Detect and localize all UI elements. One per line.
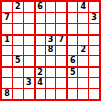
cell-r8c5-empty[interactable] [46,78,56,88]
cell-r9c7-empty[interactable] [67,89,77,99]
cell-r6c8-empty[interactable] [78,56,88,66]
cell-r6c4-empty[interactable] [35,56,45,66]
cell-r8c6-empty[interactable] [56,78,66,88]
cell-r4c6-given-7[interactable]: 7 [56,35,66,45]
cell-r9c5-empty[interactable] [46,89,56,99]
cell-r4c1-given-1[interactable]: 1 [2,35,12,45]
cell-r1c4-given-6[interactable]: 6 [35,2,45,12]
cell-r8c1-empty[interactable] [2,78,12,88]
cell-r8c8-empty[interactable] [78,78,88,88]
cell-r6c9-empty[interactable] [89,56,99,66]
cell-r1c8-given-4[interactable]: 4 [78,2,88,12]
cell-r5c9-empty[interactable] [89,46,99,56]
cell-r2c3-empty[interactable] [24,13,34,23]
cell-r6c3-empty[interactable] [24,56,34,66]
cell-r1c1-empty[interactable] [2,2,12,12]
cell-r4c2-empty[interactable] [13,35,23,45]
sudoku-board: 26473137825625348 [0,0,101,101]
cell-r3c1-empty[interactable] [2,24,12,34]
cell-r3c8-empty[interactable] [78,24,88,34]
cell-r8c7-empty[interactable] [67,78,77,88]
cell-r4c5-given-3[interactable]: 3 [46,35,56,45]
cell-r9c6-empty[interactable] [56,89,66,99]
cell-r5c5-given-8[interactable]: 8 [46,46,56,56]
cell-r5c8-given-2[interactable]: 2 [78,46,88,56]
cell-r1c9-empty[interactable] [89,2,99,12]
cell-r2c1-given-7[interactable]: 7 [2,13,12,23]
cell-r2c9-given-3[interactable]: 3 [89,13,99,23]
cell-r7c4-given-2[interactable]: 2 [35,67,45,77]
cell-r7c3-empty[interactable] [24,67,34,77]
cell-r6c7-given-6[interactable]: 6 [67,56,77,66]
cell-r8c3-given-3[interactable]: 3 [24,78,34,88]
cell-r5c1-empty[interactable] [2,46,12,56]
cell-r9c2-empty[interactable] [13,89,23,99]
cell-r3c4-empty[interactable] [35,24,45,34]
cell-r7c9-empty[interactable] [89,67,99,77]
cell-r4c8-empty[interactable] [78,35,88,45]
cell-r6c1-empty[interactable] [2,56,12,66]
cell-r3c5-empty[interactable] [46,24,56,34]
cell-r1c5-empty[interactable] [46,2,56,12]
cell-r5c6-empty[interactable] [56,46,66,56]
cell-r1c2-given-2[interactable]: 2 [13,2,23,12]
cell-r2c5-empty[interactable] [46,13,56,23]
cell-r9c1-given-8[interactable]: 8 [2,89,12,99]
cell-r1c3-empty[interactable] [24,2,34,12]
cell-r9c4-empty[interactable] [35,89,45,99]
cell-r4c4-empty[interactable] [35,35,45,45]
cell-r3c9-empty[interactable] [89,24,99,34]
cell-r7c5-empty[interactable] [46,67,56,77]
cell-r6c2-given-5[interactable]: 5 [13,56,23,66]
cell-r2c8-empty[interactable] [78,13,88,23]
cell-r3c7-empty[interactable] [67,24,77,34]
cell-r1c6-empty[interactable] [56,2,66,12]
cell-r6c5-empty[interactable] [46,56,56,66]
cell-r1c7-empty[interactable] [67,2,77,12]
cell-r2c2-empty[interactable] [13,13,23,23]
cell-r4c7-empty[interactable] [67,35,77,45]
cell-r9c8-empty[interactable] [78,89,88,99]
cell-r2c6-empty[interactable] [56,13,66,23]
cell-r3c6-empty[interactable] [56,24,66,34]
cell-r5c3-empty[interactable] [24,46,34,56]
cell-r8c4-given-4[interactable]: 4 [35,78,45,88]
cell-r7c8-empty[interactable] [78,67,88,77]
cell-r8c2-empty[interactable] [13,78,23,88]
cell-r4c9-empty[interactable] [89,35,99,45]
cell-r7c6-empty[interactable] [56,67,66,77]
cell-r5c7-empty[interactable] [67,46,77,56]
cell-r2c7-empty[interactable] [67,13,77,23]
cell-r8c9-empty[interactable] [89,78,99,88]
cell-r2c4-empty[interactable] [35,13,45,23]
cell-r7c7-given-5[interactable]: 5 [67,67,77,77]
cell-r5c4-empty[interactable] [35,46,45,56]
cell-r7c1-empty[interactable] [2,67,12,77]
cell-r9c9-empty[interactable] [89,89,99,99]
cell-r7c2-empty[interactable] [13,67,23,77]
cell-r3c2-empty[interactable] [13,24,23,34]
cell-r4c3-empty[interactable] [24,35,34,45]
cell-r5c2-empty[interactable] [13,46,23,56]
cell-r6c6-empty[interactable] [56,56,66,66]
cell-r3c3-empty[interactable] [24,24,34,34]
cell-r9c3-empty[interactable] [24,89,34,99]
